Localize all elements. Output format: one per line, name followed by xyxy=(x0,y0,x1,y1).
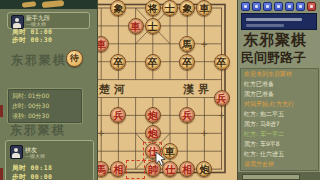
chat-message: 红方: 仕六进五 xyxy=(241,149,318,159)
chat-message: 欢迎来到东邪聚棋 xyxy=(241,69,318,79)
chat-message: 对局开始,红方先行 xyxy=(241,99,318,109)
chat-message: 红方: 车一平二 xyxy=(241,129,318,139)
banner-text-line xyxy=(246,18,302,21)
piece-red-車[interactable]: 車 xyxy=(128,18,144,34)
title-calligraphy-decor xyxy=(22,1,36,7)
toolbar-button-5[interactable] xyxy=(285,2,294,11)
background-window-edge xyxy=(0,168,3,180)
self-game-time: 局时 00:18 xyxy=(12,164,52,173)
opponent-avatar xyxy=(11,15,24,29)
chat-message: 黑方: 车9平8 xyxy=(241,139,318,149)
self-move-time: 步时 00:00 xyxy=(12,173,52,180)
banner-text-line xyxy=(246,24,284,27)
point-marker: + xyxy=(199,39,209,49)
point-marker: + xyxy=(217,110,227,120)
chat-message: 黑方: 马8进7 xyxy=(241,119,318,129)
button-icon xyxy=(299,5,302,8)
button-icon xyxy=(288,5,291,8)
river-label-left: 楚河 xyxy=(99,82,129,97)
toolbar-button-4[interactable] xyxy=(274,2,283,11)
chat-message: 黑方已准备 xyxy=(241,89,318,99)
close-button[interactable] xyxy=(307,2,316,11)
avatar-icon xyxy=(15,18,19,22)
setting-game-time: 局时: 01分00 xyxy=(12,92,49,101)
setting-move-time: 步时: 00分30 xyxy=(12,102,49,111)
self-player-card: 棋友 一级大师 局时 00:18 步时 00:00 xyxy=(5,140,94,180)
self-rank: 一级大师 xyxy=(25,153,45,159)
chat-message: 请黑方走棋 xyxy=(241,159,318,169)
right-sidebar: 东邪聚棋 民间野路子 欢迎来到东邪聚棋红方已准备黑方已准备对局开始,红方先行红方… xyxy=(237,0,320,180)
xiangqi-app-window: 楚河 漢界 ++++象将士象車車士車馬卒卒卒卒兵兵炮兵炮仕車馬相帥仕相炮 新手九… xyxy=(0,0,320,180)
setting-byoyomi: 读秒: 00分30 xyxy=(12,112,49,121)
toolbar-button-2[interactable] xyxy=(252,2,261,11)
left-sidebar: 新手九段 一级大师 局时 01:00 步时 00:30 东邪聚棋 待 局时: 0… xyxy=(0,0,98,180)
piece-black-卒[interactable]: 卒 xyxy=(110,54,126,70)
piece-red-炮[interactable]: 炮 xyxy=(145,125,161,141)
piece-black-士[interactable]: 士 xyxy=(162,0,178,16)
mouse-cursor xyxy=(155,152,167,167)
brand-subtitle: 民间野路子 xyxy=(241,49,306,67)
opponent-player-card: 新手九段 一级大师 xyxy=(7,12,90,29)
avatar-icon xyxy=(14,148,18,152)
last-move-from-marker xyxy=(126,160,145,179)
toolbar-button-3[interactable] xyxy=(263,2,272,11)
waiting-badge[interactable]: 待 xyxy=(66,50,83,67)
watermark-brand: 东邪聚棋 xyxy=(10,122,66,139)
opponent-rank: 一级大师 xyxy=(26,21,46,27)
chat-input[interactable] xyxy=(242,174,300,180)
title-calligraphy-decor xyxy=(42,0,65,8)
chat-log[interactable]: 欢迎来到东邪聚棋红方已准备黑方已准备对局开始,红方先行红方: 炮二平五黑方: 马… xyxy=(240,68,319,171)
button-icon xyxy=(310,5,313,8)
piece-black-卒[interactable]: 卒 xyxy=(179,54,195,70)
watermark-brand: 东邪聚棋 xyxy=(11,52,67,69)
brand-title: 东邪聚棋 xyxy=(243,31,307,50)
opponent-move-time: 步时 00:30 xyxy=(12,36,52,45)
button-icon xyxy=(266,5,269,8)
button-icon xyxy=(244,5,247,8)
toolbar-button-6[interactable] xyxy=(296,2,305,11)
piece-black-士[interactable]: 士 xyxy=(145,18,161,34)
self-avatar xyxy=(10,145,23,159)
chat-message: 红方: 炮二平五 xyxy=(241,109,318,119)
button-icon xyxy=(277,5,280,8)
button-icon xyxy=(255,5,258,8)
background-window-edge xyxy=(0,105,3,117)
river-label-right: 漢界 xyxy=(183,82,213,97)
chat-input-bar xyxy=(238,172,320,180)
piece-black-馬[interactable]: 馬 xyxy=(179,36,195,52)
piece-black-将[interactable]: 将 xyxy=(145,0,161,16)
piece-black-卒[interactable]: 卒 xyxy=(214,54,230,70)
piece-black-卒[interactable]: 卒 xyxy=(145,54,161,70)
piece-red-兵[interactable]: 兵 xyxy=(214,90,230,106)
toolbar-button-1[interactable] xyxy=(241,2,250,11)
window-top-bar xyxy=(0,0,97,9)
time-settings-box: 局时: 01分00 步时: 00分30 读秒: 00分30 xyxy=(7,88,83,124)
point-marker: + xyxy=(199,128,209,138)
platform-banner[interactable] xyxy=(241,13,317,30)
chat-message: 红方已准备 xyxy=(241,79,318,89)
